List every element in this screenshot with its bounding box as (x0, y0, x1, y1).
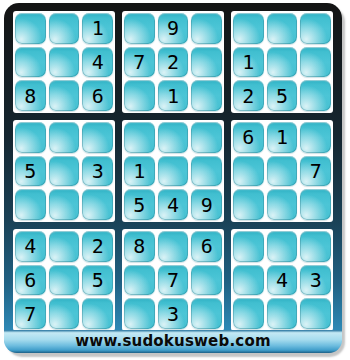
cell-r7c8[interactable] (267, 231, 298, 262)
cell-r7c5[interactable] (158, 231, 189, 262)
cell-r7c7[interactable] (233, 231, 264, 262)
cell-r8c9[interactable]: 3 (300, 265, 331, 296)
cell-r7c3[interactable]: 2 (82, 231, 113, 262)
cell-r3c7[interactable]: 2 (233, 80, 264, 111)
cell-r3c3[interactable]: 6 (82, 80, 113, 111)
cell-r2c8[interactable] (267, 47, 298, 78)
cell-r4c9[interactable] (300, 122, 331, 153)
sudoku-box-2-2: 1549 (122, 120, 224, 222)
cell-r2c1[interactable] (15, 47, 46, 78)
cell-r3c4[interactable] (124, 80, 155, 111)
cell-r4c5[interactable] (158, 122, 189, 153)
cell-r4c1[interactable] (15, 122, 46, 153)
cell-r6c7[interactable] (233, 189, 264, 220)
cell-r3c8[interactable]: 5 (267, 80, 298, 111)
cell-r7c1[interactable]: 4 (15, 231, 46, 262)
cell-r3c9[interactable] (300, 80, 331, 111)
cell-r4c4[interactable] (124, 122, 155, 153)
sudoku-box-2-3: 617 (231, 120, 333, 222)
cell-r2c9[interactable] (300, 47, 331, 78)
cell-r1c7[interactable] (233, 13, 264, 44)
cell-r7c4[interactable]: 8 (124, 231, 155, 262)
cell-r8c4[interactable] (124, 265, 155, 296)
sudoku-box-3-1: 42657 (13, 229, 115, 331)
cell-r6c1[interactable] (15, 189, 46, 220)
cell-r5c1[interactable]: 5 (15, 156, 46, 187)
cell-r6c5[interactable]: 4 (158, 189, 189, 220)
cell-r5c5[interactable] (158, 156, 189, 187)
cell-r3c1[interactable]: 8 (15, 80, 46, 111)
cell-r5c3[interactable]: 3 (82, 156, 113, 187)
cell-r8c2[interactable] (49, 265, 80, 296)
cell-r6c6[interactable]: 9 (191, 189, 222, 220)
cell-r7c2[interactable] (49, 231, 80, 262)
cell-r9c2[interactable] (49, 298, 80, 329)
sudoku-box-1-1: 1486 (13, 11, 115, 113)
cell-r2c4[interactable]: 7 (124, 47, 155, 78)
footer-bar: www.sudokusweb.com (4, 330, 342, 353)
cell-r1c8[interactable] (267, 13, 298, 44)
cell-r3c6[interactable] (191, 80, 222, 111)
cell-r1c5[interactable]: 9 (158, 13, 189, 44)
cell-r8c7[interactable] (233, 265, 264, 296)
sudoku-box-1-2: 9721 (122, 11, 224, 113)
cell-r6c8[interactable] (267, 189, 298, 220)
cell-r1c3[interactable]: 1 (82, 13, 113, 44)
cell-r6c2[interactable] (49, 189, 80, 220)
cell-r6c4[interactable]: 5 (124, 189, 155, 220)
cell-r9c7[interactable] (233, 298, 264, 329)
cell-r2c3[interactable]: 4 (82, 47, 113, 78)
cell-r4c6[interactable] (191, 122, 222, 153)
cell-r7c9[interactable] (300, 231, 331, 262)
cell-r5c7[interactable] (233, 156, 264, 187)
cell-r9c8[interactable] (267, 298, 298, 329)
cell-r1c6[interactable] (191, 13, 222, 44)
cell-r9c6[interactable] (191, 298, 222, 329)
site-url: www.sudokusweb.com (75, 332, 270, 350)
cell-r2c6[interactable] (191, 47, 222, 78)
cell-r9c9[interactable] (300, 298, 331, 329)
cell-r9c4[interactable] (124, 298, 155, 329)
cell-r3c5[interactable]: 1 (158, 80, 189, 111)
cell-r8c6[interactable] (191, 265, 222, 296)
cell-r8c3[interactable]: 5 (82, 265, 113, 296)
sudoku-board: 1486972112553154961742657867343 (13, 11, 333, 331)
cell-r1c2[interactable] (49, 13, 80, 44)
cell-r9c3[interactable] (82, 298, 113, 329)
sudoku-box-2-1: 53 (13, 120, 115, 222)
cell-r1c4[interactable] (124, 13, 155, 44)
cell-r3c2[interactable] (49, 80, 80, 111)
cell-r9c5[interactable]: 3 (158, 298, 189, 329)
cell-r4c8[interactable]: 1 (267, 122, 298, 153)
cell-r2c2[interactable] (49, 47, 80, 78)
cell-r8c8[interactable]: 4 (267, 265, 298, 296)
sudoku-box-3-2: 8673 (122, 229, 224, 331)
cell-r8c1[interactable]: 6 (15, 265, 46, 296)
cell-r1c1[interactable] (15, 13, 46, 44)
cell-r5c4[interactable]: 1 (124, 156, 155, 187)
cell-r8c5[interactable]: 7 (158, 265, 189, 296)
cell-r5c9[interactable]: 7 (300, 156, 331, 187)
cell-r6c9[interactable] (300, 189, 331, 220)
cell-r4c3[interactable] (82, 122, 113, 153)
cell-r5c6[interactable] (191, 156, 222, 187)
cell-r9c1[interactable]: 7 (15, 298, 46, 329)
cell-r4c7[interactable]: 6 (233, 122, 264, 153)
cell-r5c8[interactable] (267, 156, 298, 187)
sudoku-box-3-3: 43 (231, 229, 333, 331)
sudoku-box-1-3: 125 (231, 11, 333, 113)
cell-r2c7[interactable]: 1 (233, 47, 264, 78)
sudoku-frame: 1486972112553154961742657867343 www.sudo… (4, 3, 342, 353)
cell-r6c3[interactable] (82, 189, 113, 220)
cell-r5c2[interactable] (49, 156, 80, 187)
cell-r7c6[interactable]: 6 (191, 231, 222, 262)
cell-r2c5[interactable]: 2 (158, 47, 189, 78)
cell-r4c2[interactable] (49, 122, 80, 153)
cell-r1c9[interactable] (300, 13, 331, 44)
